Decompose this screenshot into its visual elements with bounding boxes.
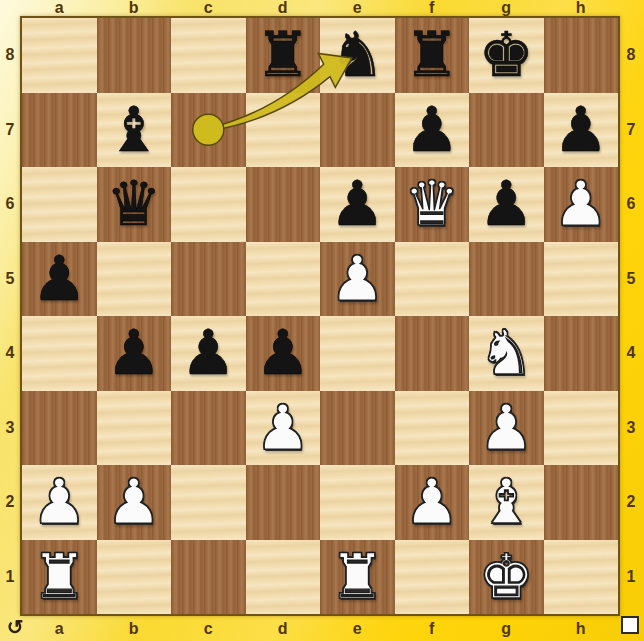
square-e2[interactable] <box>320 465 395 540</box>
square-f1[interactable] <box>395 540 470 615</box>
square-c6[interactable] <box>171 167 246 242</box>
square-c8[interactable] <box>171 18 246 93</box>
white-knight[interactable]: ♞ <box>469 316 544 391</box>
square-f5[interactable] <box>395 242 470 317</box>
square-c3[interactable] <box>171 391 246 466</box>
square-h1[interactable] <box>544 540 619 615</box>
file-label-b: b <box>97 0 172 16</box>
rank-label-7: 7 <box>618 93 644 168</box>
file-label-g: g <box>469 0 544 16</box>
file-label-h: h <box>544 617 619 641</box>
square-b8[interactable] <box>97 18 172 93</box>
square-f6[interactable]: ♛ <box>395 167 470 242</box>
square-b5[interactable] <box>97 242 172 317</box>
square-e4[interactable] <box>320 316 395 391</box>
file-labels-top: abcdefgh <box>22 0 618 16</box>
square-h6[interactable]: ♟ <box>544 167 619 242</box>
square-g1[interactable]: ♚ <box>469 540 544 615</box>
square-e5[interactable]: ♟ <box>320 242 395 317</box>
square-b4[interactable]: ♟ <box>97 316 172 391</box>
square-f8[interactable]: ♜ <box>395 18 470 93</box>
rank-label-1: 1 <box>0 540 20 615</box>
rank-label-5: 5 <box>0 242 20 317</box>
square-g2[interactable]: ♝ <box>469 465 544 540</box>
black-queen[interactable]: ♛ <box>97 167 172 242</box>
square-a8[interactable] <box>22 18 97 93</box>
square-h5[interactable] <box>544 242 619 317</box>
rank-label-1: 1 <box>618 540 644 615</box>
square-g4[interactable]: ♞ <box>469 316 544 391</box>
white-pawn[interactable]: ♟ <box>22 465 97 540</box>
square-a3[interactable] <box>22 391 97 466</box>
square-c4[interactable]: ♟ <box>171 316 246 391</box>
square-f7[interactable]: ♟ <box>395 93 470 168</box>
square-a7[interactable] <box>22 93 97 168</box>
square-g8[interactable]: ♚ <box>469 18 544 93</box>
square-f3[interactable] <box>395 391 470 466</box>
square-g6[interactable]: ♟ <box>469 167 544 242</box>
black-pawn[interactable]: ♟ <box>544 93 619 168</box>
white-bishop[interactable]: ♝ <box>469 465 544 540</box>
square-a6[interactable] <box>22 167 97 242</box>
white-queen[interactable]: ♛ <box>395 167 470 242</box>
square-d2[interactable] <box>246 465 321 540</box>
rank-label-4: 4 <box>0 316 20 391</box>
square-h7[interactable]: ♟ <box>544 93 619 168</box>
square-e7[interactable] <box>320 93 395 168</box>
white-king[interactable]: ♚ <box>469 540 544 615</box>
square-a1[interactable]: ♜ <box>22 540 97 615</box>
file-label-b: b <box>97 617 172 641</box>
square-h2[interactable] <box>544 465 619 540</box>
rank-label-7: 7 <box>0 93 20 168</box>
square-g7[interactable] <box>469 93 544 168</box>
square-c5[interactable] <box>171 242 246 317</box>
white-pawn[interactable]: ♟ <box>544 167 619 242</box>
square-h3[interactable] <box>544 391 619 466</box>
file-label-a: a <box>22 617 97 641</box>
square-a4[interactable] <box>22 316 97 391</box>
file-label-c: c <box>171 0 246 16</box>
square-a2[interactable]: ♟ <box>22 465 97 540</box>
file-label-f: f <box>395 0 470 16</box>
rank-label-3: 3 <box>618 391 644 466</box>
square-g3[interactable]: ♟ <box>469 391 544 466</box>
square-d5[interactable] <box>246 242 321 317</box>
white-pawn[interactable]: ♟ <box>97 465 172 540</box>
chess-board-widget: abcdefgh abcdefgh 87654321 87654321 ♜♞♜♚… <box>0 0 644 641</box>
square-e6[interactable]: ♟ <box>320 167 395 242</box>
file-label-e: e <box>320 617 395 641</box>
black-pawn[interactable]: ♟ <box>246 316 321 391</box>
black-pawn[interactable]: ♟ <box>320 167 395 242</box>
white-pawn[interactable]: ♟ <box>246 391 321 466</box>
square-c2[interactable] <box>171 465 246 540</box>
black-pawn[interactable]: ♟ <box>171 316 246 391</box>
rank-label-2: 2 <box>0 465 20 540</box>
white-rook[interactable]: ♜ <box>22 540 97 615</box>
black-rook[interactable]: ♜ <box>395 18 470 93</box>
rank-label-6: 6 <box>618 167 644 242</box>
white-rook[interactable]: ♜ <box>320 540 395 615</box>
rank-label-8: 8 <box>0 18 20 93</box>
black-rook[interactable]: ♜ <box>246 18 321 93</box>
black-knight[interactable]: ♞ <box>320 18 395 93</box>
file-label-c: c <box>171 617 246 641</box>
black-pawn[interactable]: ♟ <box>22 242 97 317</box>
square-f2[interactable]: ♟ <box>395 465 470 540</box>
rank-label-4: 4 <box>618 316 644 391</box>
square-d6[interactable] <box>246 167 321 242</box>
square-f4[interactable] <box>395 316 470 391</box>
square-h4[interactable] <box>544 316 619 391</box>
square-e1[interactable]: ♜ <box>320 540 395 615</box>
rank-label-8: 8 <box>618 18 644 93</box>
rank-label-2: 2 <box>618 465 644 540</box>
file-label-d: d <box>246 0 321 16</box>
square-a5[interactable]: ♟ <box>22 242 97 317</box>
flip-board-icon[interactable]: ↻ <box>3 615 27 639</box>
square-g5[interactable] <box>469 242 544 317</box>
square-e3[interactable] <box>320 391 395 466</box>
file-label-a: a <box>22 0 97 16</box>
square-b7[interactable]: ♝ <box>97 93 172 168</box>
black-pawn[interactable]: ♟ <box>97 316 172 391</box>
black-pawn[interactable]: ♟ <box>469 167 544 242</box>
black-pawn[interactable]: ♟ <box>395 93 470 168</box>
square-e8[interactable]: ♞ <box>320 18 395 93</box>
chess-board: ♜♞♜♚♝♟♟♛♟♛♟♟♟♟♟♟♟♞♟♟♟♟♟♝♜♜♚ <box>20 16 620 616</box>
white-pawn[interactable]: ♟ <box>469 391 544 466</box>
file-label-e: e <box>320 0 395 16</box>
square-b3[interactable] <box>97 391 172 466</box>
square-d3[interactable]: ♟ <box>246 391 321 466</box>
board-squares: ♜♞♜♚♝♟♟♛♟♛♟♟♟♟♟♟♟♞♟♟♟♟♟♝♜♜♚ <box>22 18 618 614</box>
white-pawn[interactable]: ♟ <box>320 242 395 317</box>
square-c1[interactable] <box>171 540 246 615</box>
square-h8[interactable] <box>544 18 619 93</box>
file-label-h: h <box>544 0 619 16</box>
rank-label-5: 5 <box>618 242 644 317</box>
square-b2[interactable]: ♟ <box>97 465 172 540</box>
file-label-d: d <box>246 617 321 641</box>
rank-labels-left: 87654321 <box>0 18 20 614</box>
square-b1[interactable] <box>97 540 172 615</box>
square-c7[interactable] <box>171 93 246 168</box>
rank-label-3: 3 <box>0 391 20 466</box>
file-label-g: g <box>469 617 544 641</box>
file-label-f: f <box>395 617 470 641</box>
rank-labels-right: 87654321 <box>618 18 644 614</box>
square-d8[interactable]: ♜ <box>246 18 321 93</box>
square-d4[interactable]: ♟ <box>246 316 321 391</box>
rank-label-6: 6 <box>0 167 20 242</box>
turn-indicator-white-square <box>621 616 639 634</box>
white-pawn[interactable]: ♟ <box>395 465 470 540</box>
file-labels-bottom: abcdefgh <box>22 617 618 641</box>
square-b6[interactable]: ♛ <box>97 167 172 242</box>
square-d1[interactable] <box>246 540 321 615</box>
black-bishop[interactable]: ♝ <box>97 93 172 168</box>
square-d7[interactable] <box>246 93 321 168</box>
black-king[interactable]: ♚ <box>469 18 544 93</box>
